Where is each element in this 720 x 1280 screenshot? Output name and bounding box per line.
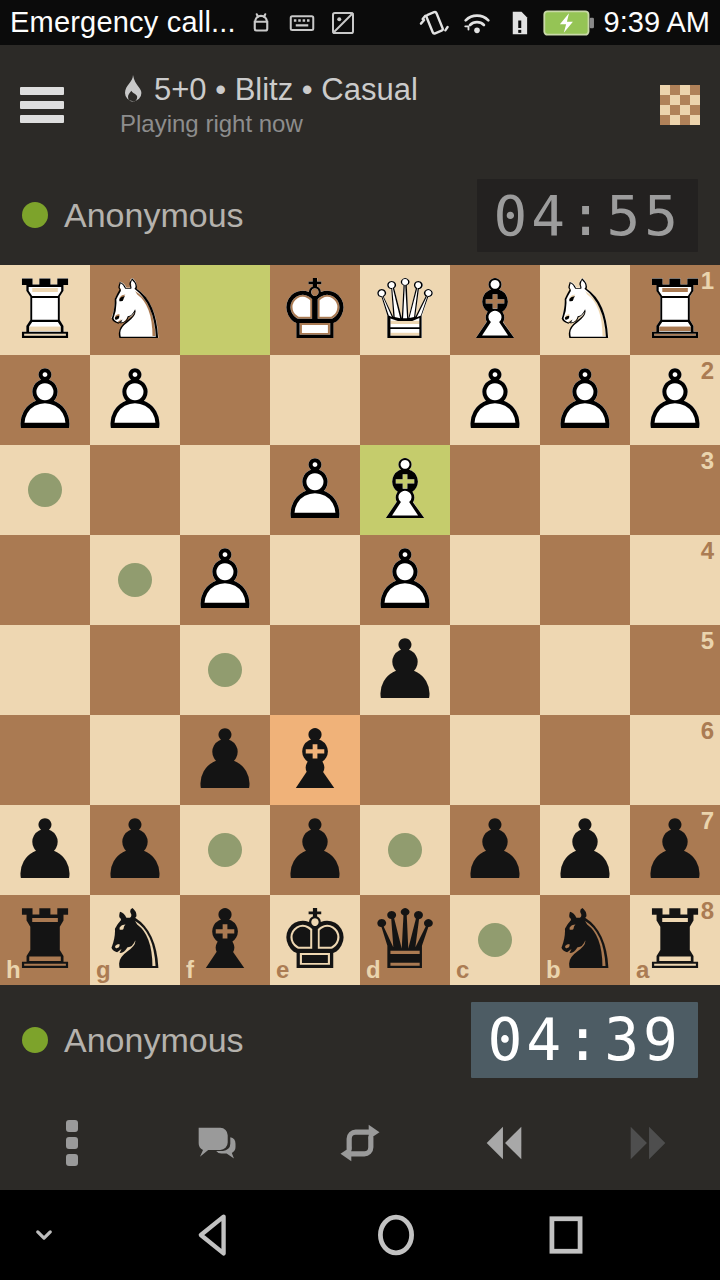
white-knight[interactable]: ♞♘ [540, 265, 630, 355]
rank-label: 6 [701, 717, 714, 745]
mini-board-cell [670, 85, 680, 95]
black-pawn[interactable]: ♟ [360, 625, 450, 715]
square-b3[interactable] [540, 445, 630, 535]
file-label: g [96, 956, 111, 984]
player-bar: Anonymous 04:39 [0, 985, 720, 1095]
rank-label: 1 [701, 267, 714, 295]
square-d6[interactable] [360, 715, 450, 805]
app-header: 5+0 • Blitz • Casual Playing right now [0, 45, 720, 165]
mini-board-cell [670, 105, 680, 115]
game-status-text: Playing right now [120, 110, 418, 138]
square-b2[interactable]: ♟♙ [540, 355, 630, 445]
black-pawn[interactable]: ♟ [450, 805, 540, 895]
mini-board-cell [680, 105, 690, 115]
square-e3[interactable]: ♟♙ [270, 445, 360, 535]
sim-alert-icon [504, 7, 534, 39]
mini-board-cell [690, 85, 700, 95]
chat-icon[interactable] [144, 1117, 288, 1169]
black-pawn[interactable]: ♟ [180, 715, 270, 805]
recents-icon[interactable] [540, 1209, 592, 1261]
square-g7[interactable]: ♟ [90, 805, 180, 895]
square-a8[interactable]: ♜8a [630, 895, 720, 985]
black-bishop[interactable]: ♝ [270, 715, 360, 805]
square-e6[interactable]: ♝ [270, 715, 360, 805]
square-c2[interactable]: ♟♙ [450, 355, 540, 445]
square-c1[interactable]: ♝♗ [450, 265, 540, 355]
square-b5[interactable] [540, 625, 630, 715]
flame-icon [120, 74, 144, 106]
android-icon [246, 8, 276, 38]
move-hint-dot[interactable] [388, 833, 422, 867]
battery-charging-icon [543, 8, 595, 38]
rank-label: 5 [701, 627, 714, 655]
black-pawn[interactable]: ♟ [540, 805, 630, 895]
rewind-icon[interactable] [432, 1117, 576, 1169]
game-title: 5+0 • Blitz • Casual [154, 72, 418, 108]
square-d5[interactable]: ♟ [360, 625, 450, 715]
online-status-dot [22, 202, 48, 228]
square-h6[interactable] [0, 715, 90, 805]
file-label: d [366, 956, 381, 984]
rank-label: 3 [701, 447, 714, 475]
mini-board-cell [690, 95, 700, 105]
back-icon[interactable] [190, 1209, 242, 1261]
square-d3[interactable]: ♝♗ [360, 445, 450, 535]
square-a1[interactable]: ♜♖1 [630, 265, 720, 355]
mini-board-cell [660, 85, 670, 95]
square-h2[interactable]: ♟♙ [0, 355, 90, 445]
white-pawn[interactable]: ♟♙ [450, 355, 540, 445]
move-hint-dot[interactable] [28, 473, 62, 507]
square-c5[interactable] [450, 625, 540, 715]
square-d8[interactable]: ♛d [360, 895, 450, 985]
screenshot-icon [328, 8, 358, 38]
square-g8[interactable]: ♞g [90, 895, 180, 985]
rank-label: 4 [701, 537, 714, 565]
square-h1[interactable]: ♜♖ [0, 265, 90, 355]
black-pawn[interactable]: ♟ [270, 805, 360, 895]
white-pawn[interactable]: ♟♙ [90, 355, 180, 445]
mini-board-cell [660, 105, 670, 115]
square-f1[interactable] [180, 265, 270, 355]
square-h4[interactable] [0, 535, 90, 625]
square-h8[interactable]: ♜h [0, 895, 90, 985]
square-b1[interactable]: ♞♘ [540, 265, 630, 355]
square-d1[interactable]: ♛♕ [360, 265, 450, 355]
menu-kebab-icon[interactable] [0, 1120, 144, 1166]
mini-board-cell [670, 115, 680, 125]
square-g4[interactable] [90, 535, 180, 625]
android-nav-bar [0, 1190, 720, 1280]
square-a3[interactable]: 3 [630, 445, 720, 535]
square-c4[interactable] [450, 535, 540, 625]
square-e7[interactable]: ♟ [270, 805, 360, 895]
mini-board-cell [680, 85, 690, 95]
square-b7[interactable]: ♟ [540, 805, 630, 895]
square-e2[interactable] [270, 355, 360, 445]
square-h3[interactable] [0, 445, 90, 535]
white-pawn[interactable]: ♟♙ [180, 535, 270, 625]
square-g2[interactable]: ♟♙ [90, 355, 180, 445]
square-a6[interactable]: 6 [630, 715, 720, 805]
square-g5[interactable] [90, 625, 180, 715]
square-f3[interactable] [180, 445, 270, 535]
square-d7[interactable] [360, 805, 450, 895]
mini-board-cell [680, 95, 690, 105]
square-e1[interactable]: ♚♔ [270, 265, 360, 355]
collapse-chevron-icon[interactable] [29, 1220, 59, 1250]
white-knight[interactable]: ♞♘ [90, 265, 180, 355]
square-b6[interactable] [540, 715, 630, 805]
mini-board-cell [660, 115, 670, 125]
mini-board-thumbnail[interactable] [660, 85, 700, 125]
opponent-clock: 04:55 [477, 179, 698, 252]
square-a2[interactable]: ♟♙2 [630, 355, 720, 445]
game-toolbar [0, 1095, 720, 1190]
mini-board-cell [680, 115, 690, 125]
black-pawn[interactable]: ♟ [0, 805, 90, 895]
square-c7[interactable]: ♟ [450, 805, 540, 895]
home-icon[interactable] [370, 1209, 422, 1261]
mini-board-cell [670, 95, 680, 105]
square-f2[interactable] [180, 355, 270, 445]
white-pawn[interactable]: ♟♙ [360, 535, 450, 625]
player-name: Anonymous [64, 1021, 244, 1060]
square-f4[interactable]: ♟♙ [180, 535, 270, 625]
phone-screen: Emergency call... [0, 0, 720, 1280]
opponent-name: Anonymous [64, 196, 244, 235]
square-h5[interactable] [0, 625, 90, 715]
file-label: a [636, 956, 649, 984]
fast-forward-icon[interactable] [576, 1117, 720, 1169]
square-c8[interactable]: c [450, 895, 540, 985]
square-f8[interactable]: ♝f [180, 895, 270, 985]
chess-board[interactable]: ♜♖♞♘♚♔♛♕♝♗♞♘♜♖1♟♙♟♙♟♙♟♙♟♙2♟♙♝♗3♟♙♟♙4♟5♟♝… [0, 265, 720, 985]
square-d2[interactable] [360, 355, 450, 445]
flip-board-icon[interactable] [288, 1117, 432, 1169]
file-label: e [276, 956, 289, 984]
white-pawn[interactable]: ♟♙ [0, 355, 90, 445]
square-e4[interactable] [270, 535, 360, 625]
rank-label: 7 [701, 807, 714, 835]
white-rook[interactable]: ♜♖ [0, 265, 90, 355]
rank-label: 2 [701, 357, 714, 385]
file-label: c [456, 956, 469, 984]
carrier-status-text: Emergency call... [10, 6, 236, 39]
rank-label: 8 [701, 897, 714, 925]
mini-board-cell [690, 105, 700, 115]
white-queen[interactable]: ♛♕ [360, 265, 450, 355]
move-hint-dot[interactable] [208, 653, 242, 687]
player-clock: 04:39 [471, 1002, 698, 1078]
black-pawn[interactable]: ♟ [90, 805, 180, 895]
white-bishop[interactable]: ♝♗ [360, 445, 450, 535]
keyboard-icon [286, 8, 318, 38]
mini-board-cell [660, 95, 670, 105]
square-f6[interactable]: ♟ [180, 715, 270, 805]
square-b8[interactable]: ♞b [540, 895, 630, 985]
opponent-bar: Anonymous 04:55 [0, 165, 720, 265]
file-label: f [186, 956, 194, 984]
wifi-icon [459, 7, 495, 39]
square-d4[interactable]: ♟♙ [360, 535, 450, 625]
move-hint-dot[interactable] [478, 923, 512, 957]
status-time: 9:39 AM [604, 6, 710, 39]
square-a7[interactable]: ♟7 [630, 805, 720, 895]
status-bar: Emergency call... [0, 0, 720, 45]
square-g3[interactable] [90, 445, 180, 535]
mini-board-cell [690, 115, 700, 125]
white-pawn[interactable]: ♟♙ [540, 355, 630, 445]
square-g6[interactable] [90, 715, 180, 805]
file-label: h [6, 956, 21, 984]
square-g1[interactable]: ♞♘ [90, 265, 180, 355]
white-bishop[interactable]: ♝♗ [450, 265, 540, 355]
online-status-dot [22, 1027, 48, 1053]
square-b4[interactable] [540, 535, 630, 625]
square-f5[interactable] [180, 625, 270, 715]
file-label: b [546, 956, 561, 984]
square-e8[interactable]: ♚e [270, 895, 360, 985]
square-h7[interactable]: ♟ [0, 805, 90, 895]
square-a5[interactable]: 5 [630, 625, 720, 715]
white-pawn[interactable]: ♟♙ [270, 445, 360, 535]
square-c3[interactable] [450, 445, 540, 535]
hamburger-menu-icon[interactable] [20, 87, 90, 123]
white-king[interactable]: ♚♔ [270, 265, 360, 355]
move-hint-dot[interactable] [208, 833, 242, 867]
square-e5[interactable] [270, 625, 360, 715]
vibrate-icon [418, 7, 450, 39]
move-hint-dot[interactable] [118, 563, 152, 597]
square-a4[interactable]: 4 [630, 535, 720, 625]
square-c6[interactable] [450, 715, 540, 805]
square-f7[interactable] [180, 805, 270, 895]
